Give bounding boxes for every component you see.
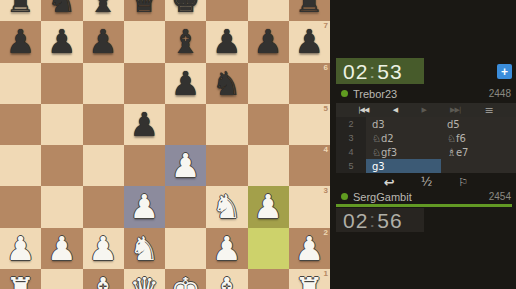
square-a5[interactable] [0,104,41,145]
white-rook: ♜ [0,269,41,289]
square-c8[interactable]: ♝ [83,0,124,21]
square-c6[interactable] [83,63,124,104]
move-3-white[interactable]: ♘d2 [366,131,441,145]
square-h5[interactable]: 5 [289,104,330,145]
black-pawn: ♟ [206,21,247,62]
square-e3[interactable] [165,186,206,227]
square-g6[interactable] [248,63,289,104]
square-a1[interactable]: ♜ [0,269,41,289]
square-h1[interactable]: ♜1 [289,269,330,289]
square-h4[interactable]: 4 [289,145,330,186]
square-h7[interactable]: ♟7 [289,21,330,62]
black-pawn: ♟ [0,21,41,62]
previous-move-icon[interactable]: ◀ [393,107,397,114]
square-d8[interactable]: ♛ [124,0,165,21]
move-row-3: 3♘d2♘f6 [336,131,516,145]
move-5-black [441,159,516,173]
square-f3[interactable]: ♞ [206,186,247,227]
square-c4[interactable] [83,145,124,186]
square-a2[interactable]: ♟ [0,228,41,269]
move-row-5: 5g3 [336,159,516,173]
square-f4[interactable] [206,145,247,186]
rank-coordinate-3: 3 [324,187,328,195]
bottom-player-row: SergGambit 2454 [330,189,516,204]
rank-coordinate-5: 5 [324,105,328,113]
online-indicator-icon [341,90,348,97]
square-c1[interactable]: ♝ [83,269,124,289]
square-a7[interactable]: ♟ [0,21,41,62]
square-e6[interactable]: ♟ [165,63,206,104]
square-g4[interactable] [248,145,289,186]
move-4-white[interactable]: ♘gf3 [366,145,441,159]
black-rook: ♜ [0,0,41,21]
rank-coordinate-4: 4 [324,146,328,154]
move-2-black[interactable]: d5 [441,117,516,131]
chess-board: ♜♞♝♛♚♜♟♟♟♝♟♟♟7♟♞6♟5♟4♟♞♟3♟♟♟♞♟♟2♜♝♛♚♝♜1 [0,0,330,289]
top-player-rating: 2448 [489,88,511,99]
black-king: ♚ [165,0,206,21]
move-number: 3 [336,131,366,145]
rank-coordinate-2: 2 [324,229,328,237]
square-d1[interactable]: ♛ [124,269,165,289]
white-king: ♚ [165,269,206,289]
next-move-icon[interactable]: ▶ [421,107,425,114]
white-pawn: ♟ [206,228,247,269]
rank-coordinate-1: 1 [324,270,328,278]
white-pawn: ♟ [165,145,206,186]
resign-flag-icon[interactable]: ⚐ [458,177,468,188]
replay-controls: |◀◀◀▶▶▶|≡ [336,103,516,117]
square-e5[interactable] [165,104,206,145]
top-player-row: Trebor23 2448 [330,86,516,101]
move-number: 4 [336,145,366,159]
first-move-icon[interactable]: |◀◀ [358,107,368,114]
square-f1[interactable]: ♝ [206,269,247,289]
square-g1[interactable] [248,269,289,289]
white-bishop: ♝ [83,269,124,289]
square-g5[interactable] [248,104,289,145]
square-f5[interactable] [206,104,247,145]
black-pawn: ♟ [248,21,289,62]
square-c2[interactable]: ♟ [83,228,124,269]
square-c7[interactable]: ♟ [83,21,124,62]
square-c5[interactable] [83,104,124,145]
square-f2[interactable]: ♟ [206,228,247,269]
rank-coordinate-7: 7 [324,22,328,30]
bottom-player-name[interactable]: SergGambit [353,191,489,203]
black-knight: ♞ [206,63,247,104]
square-f7[interactable]: ♟ [206,21,247,62]
move-3-black[interactable]: ♘f6 [441,131,516,145]
board-viewport: ♜♞♝♛♚♜♟♟♟♝♟♟♟7♟♞6♟5♟4♟♞♟3♟♟♟♞♟♟2♜♝♛♚♝♜1 [0,0,330,289]
move-list: 2d3d53♘d2♘f64♘gf3♗e75g3 [336,117,516,173]
square-h8[interactable]: ♜ [289,0,330,21]
square-b3[interactable] [41,186,82,227]
top-player-clock: 02:53 [336,58,424,84]
white-bishop: ♝ [206,269,247,289]
move-number: 2 [336,117,366,131]
square-b2[interactable]: ♟ [41,228,82,269]
square-e1[interactable]: ♚ [165,269,206,289]
square-d6[interactable] [124,63,165,104]
square-f6[interactable]: ♞ [206,63,247,104]
square-e7[interactable]: ♝ [165,21,206,62]
square-h6[interactable]: 6 [289,63,330,104]
white-pawn: ♟ [124,186,165,227]
square-b7[interactable]: ♟ [41,21,82,62]
last-move-icon[interactable]: ▶▶| [450,107,460,114]
black-bishop: ♝ [165,21,206,62]
game-sidebar: 02:53 + Trebor23 2448 |◀◀◀▶▶▶|≡ 2d3d53♘d… [330,0,516,289]
bottom-player-clock: 02:56 [336,208,424,232]
player-separator-bar [336,204,512,207]
online-indicator-icon [341,193,348,200]
square-g3[interactable]: ♟ [248,186,289,227]
square-g8[interactable] [248,0,289,21]
white-pawn: ♟ [0,228,41,269]
black-pawn: ♟ [41,21,82,62]
move-4-black[interactable]: ♗e7 [441,145,516,159]
white-knight: ♞ [206,186,247,227]
square-d2[interactable]: ♞ [124,228,165,269]
top-player-name[interactable]: Trebor23 [353,88,489,100]
white-pawn: ♟ [248,186,289,227]
move-number: 5 [336,159,366,173]
menu-icon[interactable]: ≡ [485,105,494,116]
chess-game-screen: ♜♞♝♛♚♜♟♟♟♝♟♟♟7♟♞6♟5♟4♟♞♟3♟♟♟♞♟♟2♜♝♛♚♝♜1 … [0,0,516,289]
move-2-white[interactable]: d3 [366,117,441,131]
moves-panel: |◀◀◀▶▶▶|≡ 2d3d53♘d2♘f64♘gf3♗e75g3 [336,103,516,173]
square-d4[interactable] [124,145,165,186]
square-d7[interactable] [124,21,165,62]
square-a8[interactable]: ♜ [0,0,41,21]
square-b4[interactable] [41,145,82,186]
white-knight: ♞ [124,228,165,269]
square-b8[interactable]: ♞ [41,0,82,21]
white-pawn: ♟ [41,228,82,269]
square-b6[interactable] [41,63,82,104]
black-bishop: ♝ [83,0,124,21]
square-h2[interactable]: ♟2 [289,228,330,269]
black-pawn: ♟ [165,63,206,104]
white-queen: ♛ [124,269,165,289]
game-actions: ↩ ½ ⚐ [336,174,516,190]
black-pawn: ♟ [83,21,124,62]
rank-coordinate-6: 6 [324,64,328,72]
square-h3[interactable]: 3 [289,186,330,227]
white-pawn: ♟ [83,228,124,269]
move-row-4: 4♘gf3♗e7 [336,145,516,159]
square-a4[interactable] [0,145,41,186]
square-a3[interactable] [0,186,41,227]
square-g7[interactable]: ♟ [248,21,289,62]
square-b5[interactable] [41,104,82,145]
give-more-time-button[interactable]: + [497,64,512,79]
move-row-2: 2d3d5 [336,117,516,131]
square-e2[interactable] [165,228,206,269]
black-knight: ♞ [41,0,82,21]
black-queen: ♛ [124,0,165,21]
square-b1[interactable] [41,269,82,289]
offer-draw-icon[interactable]: ½ [421,176,433,188]
bottom-player-rating: 2454 [489,191,511,202]
move-5-white[interactable]: g3 [366,159,441,173]
square-a6[interactable] [0,63,41,104]
square-f8[interactable] [206,0,247,21]
square-d5[interactable]: ♟ [124,104,165,145]
square-g2[interactable] [248,228,289,269]
black-rook: ♜ [289,0,330,21]
black-pawn: ♟ [124,104,165,145]
square-e4[interactable]: ♟ [165,145,206,186]
square-d3[interactable]: ♟ [124,186,165,227]
square-c3[interactable] [83,186,124,227]
square-e8[interactable]: ♚ [165,0,206,21]
takeback-icon[interactable]: ↩ [384,176,395,189]
